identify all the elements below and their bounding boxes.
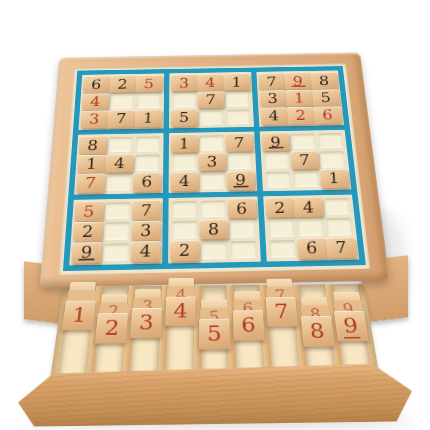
tile-digit: 6	[322, 108, 333, 122]
cell-r5c4[interactable]	[172, 154, 196, 170]
number-tile-5[interactable]: 5	[312, 89, 339, 106]
cell-r7c2[interactable]	[105, 202, 131, 219]
tile-digit: 5	[207, 324, 222, 345]
cell-r8c7[interactable]	[268, 219, 294, 237]
cell-r6c8[interactable]	[293, 171, 319, 187]
cell-r3c6[interactable]	[226, 109, 250, 124]
number-tile-4[interactable]: 4	[82, 93, 109, 110]
tile-digit: 1	[71, 305, 88, 325]
cell-r7c4[interactable]	[172, 201, 197, 218]
tile-digit: 4	[269, 109, 280, 123]
number-tile-9[interactable]: 9	[72, 242, 102, 263]
tile-digit: 9	[342, 316, 359, 336]
cell-r3c1[interactable]: 3	[82, 112, 106, 127]
cell-r4c9[interactable]	[318, 133, 343, 149]
tile-digit: 4	[173, 301, 188, 321]
number-tile-3[interactable]: 3	[199, 152, 226, 171]
cell-r1c1[interactable]: 6	[85, 77, 109, 91]
tile-stack-6: 66	[233, 285, 266, 380]
number-tile-9[interactable]: 9	[227, 171, 255, 190]
number-tile-5[interactable]: 5	[75, 201, 104, 221]
tile-digit: 3	[89, 112, 101, 126]
drawer-slot-6: 66	[233, 285, 265, 380]
tile-digit: 4	[114, 156, 126, 171]
number-tile-7[interactable]: 7	[226, 133, 253, 151]
board-box-9: 2467	[263, 195, 359, 262]
tile-digit: 6	[141, 174, 153, 189]
number-tile-1[interactable]: 1	[135, 109, 162, 127]
number-tile-8[interactable]: 8	[200, 219, 229, 240]
number-tile-4[interactable]: 4	[171, 172, 198, 191]
drawer-tile-3[interactable]: 3	[130, 308, 162, 338]
tile-digit: 7	[141, 202, 153, 218]
cell-r2c4[interactable]	[173, 93, 196, 108]
cell-r3c5[interactable]	[200, 110, 224, 125]
cell-r7c9[interactable]	[324, 198, 350, 215]
tile-digit: 8	[319, 74, 330, 87]
digit-underline	[79, 258, 94, 260]
tile-digit: 2	[82, 224, 95, 240]
cell-r4c7[interactable]: 9	[263, 134, 288, 150]
drawer-tile-5[interactable]: 5	[199, 319, 230, 350]
tile-digit: 1	[232, 75, 242, 88]
number-tile-6[interactable]: 6	[83, 76, 110, 93]
board-mat: 6254371341757983154268147617349971572394…	[59, 63, 371, 275]
number-tile-3[interactable]: 3	[260, 90, 287, 107]
tile-digit: 3	[268, 92, 278, 106]
number-tile-1[interactable]: 1	[320, 169, 349, 188]
tile-digit: 4	[205, 76, 215, 89]
cell-r2c9[interactable]: 5	[314, 90, 338, 105]
cell-r5c7[interactable]	[265, 152, 290, 168]
cell-r6c7[interactable]	[266, 171, 291, 187]
drawer-tile-9[interactable]: 9	[334, 311, 369, 341]
cell-r6c9[interactable]: 1	[321, 170, 347, 186]
number-tile-1[interactable]: 1	[286, 89, 313, 106]
number-tile-9[interactable]: 9	[262, 133, 290, 151]
tile-digit: 7	[234, 135, 245, 149]
board-perspective: 6254371341757983154268147617349971572394…	[40, 52, 390, 287]
tile-digit: 1	[143, 111, 154, 125]
cell-r2c7[interactable]: 3	[261, 91, 285, 106]
cell-r9c9[interactable]: 7	[328, 239, 355, 257]
tile-digit: 3	[179, 76, 190, 89]
cell-r4c8[interactable]	[291, 134, 316, 150]
cell-r5c9[interactable]	[320, 151, 346, 167]
cell-r2c8[interactable]: 1	[287, 91, 311, 106]
cell-r2c5[interactable]: 7	[199, 92, 222, 107]
drawer-tile-2[interactable]: 2	[95, 313, 128, 343]
tile-digit: 4	[303, 199, 315, 215]
number-tile-7[interactable]: 7	[108, 110, 135, 128]
tile-digit: 6	[306, 240, 318, 257]
board-box-6: 971	[260, 130, 352, 191]
cell-r8c8[interactable]	[297, 219, 323, 237]
tile-digit: 2	[117, 77, 128, 90]
number-tile-2[interactable]: 2	[171, 240, 200, 261]
number-tile-8[interactable]: 8	[79, 136, 107, 155]
tile-digit: 7	[206, 93, 216, 107]
cell-r3c4[interactable]: 5	[173, 110, 196, 125]
tile-stack-5: 55	[200, 285, 230, 380]
cell-r1c4[interactable]: 3	[173, 76, 196, 90]
cell-r9c5[interactable]	[201, 241, 227, 259]
cell-r6c3[interactable]: 6	[135, 174, 160, 191]
tile-digit: 8	[309, 321, 326, 341]
tile-digit: 7	[299, 153, 310, 168]
number-tile-7[interactable]: 7	[326, 237, 357, 258]
tile-digit: 1	[86, 156, 98, 171]
cell-r1c5[interactable]: 4	[199, 75, 222, 89]
number-tile-7[interactable]: 7	[198, 91, 224, 108]
cell-r4c4[interactable]: 1	[173, 136, 197, 152]
drawer-tile-1[interactable]: 1	[62, 301, 96, 331]
cell-r7c5[interactable]	[201, 200, 226, 217]
cell-r2c2[interactable]	[110, 94, 134, 109]
cell-r3c7[interactable]: 4	[262, 109, 286, 124]
cell-r4c2[interactable]	[108, 137, 132, 153]
cell-r4c3[interactable]	[136, 136, 160, 152]
tile-digit: 7	[116, 112, 127, 126]
cell-r7c7[interactable]: 2	[267, 199, 293, 216]
cell-r4c1[interactable]: 8	[81, 137, 106, 153]
cell-r9c7[interactable]	[270, 240, 297, 258]
cell-r8c1[interactable]: 2	[75, 223, 101, 241]
board-box-8: 682	[168, 196, 261, 263]
tile-digit: 2	[274, 200, 285, 216]
number-tile-1[interactable]: 1	[78, 154, 106, 173]
cell-r6c2[interactable]	[106, 174, 131, 191]
number-tile-1[interactable]: 1	[171, 134, 198, 152]
tile-digit: 7	[335, 239, 347, 255]
tile-digit: 8	[208, 221, 219, 237]
cell-r6c1[interactable]: 7	[78, 175, 103, 192]
cell-r9c2[interactable]	[103, 243, 129, 261]
tile-digit: 1	[328, 171, 340, 186]
drawer-slot-5: 55	[201, 285, 230, 380]
cell-r9c8[interactable]: 6	[299, 239, 326, 257]
cell-r6c5[interactable]	[200, 173, 225, 189]
digit-underline	[292, 85, 305, 87]
cell-r9c4[interactable]: 2	[172, 242, 198, 260]
tile-digit: 6	[91, 78, 102, 91]
number-tile-4[interactable]: 4	[106, 154, 134, 173]
board-box-5: 17349	[169, 132, 258, 193]
tile-digit: 6	[236, 201, 247, 217]
number-tile-6[interactable]: 6	[228, 198, 257, 218]
tile-digit: 5	[179, 111, 190, 125]
digit-underline	[234, 185, 248, 187]
tile-digit: 8	[87, 138, 99, 152]
tile-stack-4: 44	[164, 286, 195, 381]
number-tile-4[interactable]: 4	[261, 107, 288, 125]
drawer-tile-8[interactable]: 8	[300, 316, 334, 347]
drawer-front-handle[interactable]	[18, 363, 413, 426]
cell-r4c6[interactable]: 7	[227, 135, 251, 151]
tile-digit: 5	[321, 91, 332, 105]
tile-digit: 1	[294, 91, 305, 105]
cell-r5c5[interactable]: 3	[200, 154, 224, 170]
number-tile-4[interactable]: 4	[294, 197, 323, 217]
tile-digit: 5	[144, 77, 155, 90]
number-tile-7[interactable]: 7	[132, 200, 160, 220]
tile-digit: 4	[90, 95, 102, 109]
number-tile-7[interactable]: 7	[259, 73, 286, 90]
digit-underline	[344, 337, 360, 339]
tile-digit: 7	[267, 75, 277, 88]
number-tile-7[interactable]: 7	[291, 151, 319, 170]
number-tile-9[interactable]: 9	[285, 73, 312, 90]
drawer-tile-6[interactable]: 6	[233, 310, 265, 340]
cell-r3c8[interactable]: 2	[289, 108, 314, 123]
digit-underline	[269, 147, 283, 149]
number-tile-6[interactable]: 6	[297, 238, 327, 259]
tile-digit: 3	[140, 222, 152, 238]
cell-r7c6[interactable]: 6	[229, 200, 254, 217]
cell-r9c3[interactable]: 4	[133, 242, 159, 260]
tile-digit: 2	[179, 242, 191, 259]
tile-digit: 3	[207, 154, 218, 169]
cell-r1c2[interactable]: 2	[111, 77, 134, 91]
cell-r9c6[interactable]	[231, 241, 257, 259]
tile-stack-3: 33	[128, 286, 162, 381]
number-tile-2[interactable]: 2	[73, 221, 102, 242]
number-tile-5[interactable]: 5	[171, 109, 197, 127]
cell-r8c9[interactable]	[326, 218, 353, 235]
number-tile-8[interactable]: 8	[311, 72, 338, 89]
cell-r5c2[interactable]: 4	[107, 155, 132, 171]
drawer-slot-4: 44	[165, 286, 195, 381]
cell-r7c1[interactable]: 5	[76, 203, 102, 220]
number-tile-6[interactable]: 6	[133, 172, 161, 191]
tile-digit: 3	[139, 313, 155, 333]
number-tile-4[interactable]: 4	[131, 241, 160, 262]
cell-r1c9[interactable]: 8	[312, 73, 336, 87]
cell-r1c7[interactable]: 7	[260, 74, 284, 88]
board-box-1: 6254371	[78, 73, 164, 130]
cell-r8c6[interactable]	[230, 220, 256, 238]
cell-r8c5[interactable]: 8	[201, 220, 226, 238]
cell-r2c3[interactable]	[137, 93, 160, 108]
tile-digit: 4	[179, 174, 190, 189]
number-tile-1[interactable]: 1	[224, 74, 250, 91]
cell-r8c4[interactable]	[172, 221, 197, 239]
drawer-slot-3: 33	[129, 286, 162, 381]
cell-r4c5[interactable]	[200, 135, 224, 151]
tile-digit: 1	[179, 136, 190, 150]
number-tile-2[interactable]: 2	[287, 107, 315, 125]
number-tile-3[interactable]: 3	[81, 110, 108, 128]
drawer-tile-4[interactable]: 4	[165, 296, 196, 325]
sudoku-board: 6254371341757983154268147617349971572394…	[63, 66, 366, 271]
tile-digit: 4	[140, 243, 152, 260]
cell-r2c6[interactable]	[226, 92, 250, 107]
drawer-tile-7[interactable]: 7	[266, 297, 298, 327]
cell-r7c8[interactable]: 4	[296, 199, 322, 216]
cell-r6c6[interactable]: 9	[228, 172, 253, 188]
cell-r7c3[interactable]: 7	[134, 202, 159, 219]
tile-digit: 2	[104, 318, 120, 338]
cell-r6c4[interactable]: 4	[172, 173, 196, 190]
cell-r8c2[interactable]	[104, 222, 130, 240]
cell-r5c6[interactable]	[228, 153, 253, 169]
number-tile-3[interactable]: 3	[132, 220, 161, 241]
number-tile-3[interactable]: 3	[171, 74, 197, 91]
cell-r8c3[interactable]: 3	[133, 222, 159, 240]
number-tile-6[interactable]: 6	[314, 106, 342, 124]
number-tile-2[interactable]: 2	[266, 198, 295, 218]
number-tile-5[interactable]: 5	[136, 75, 162, 92]
tile-digit: 5	[83, 203, 95, 219]
cell-r3c9[interactable]: 6	[315, 108, 340, 123]
cell-r5c3[interactable]	[135, 155, 159, 171]
cell-r1c3[interactable]: 5	[138, 76, 161, 90]
cell-r5c8[interactable]: 7	[292, 152, 317, 168]
tile-digit: 6	[241, 315, 256, 335]
number-tile-7[interactable]: 7	[77, 173, 105, 192]
tile-digit: 2	[296, 109, 307, 123]
cell-r9c1[interactable]: 9	[73, 244, 100, 262]
cell-r3c3[interactable]: 1	[137, 111, 161, 126]
cell-r2c1[interactable]: 4	[83, 94, 107, 109]
scene: 6254371341757983154268147617349971572394…	[0, 0, 430, 430]
board-box-7: 572394	[69, 198, 163, 265]
number-tile-4[interactable]: 4	[198, 74, 224, 91]
board-box-2: 34175	[169, 72, 254, 128]
tile-digit: 7	[274, 302, 290, 322]
board-box-4: 81476	[74, 133, 164, 195]
cell-r1c6[interactable]: 1	[225, 75, 248, 89]
cell-r3c2[interactable]: 7	[109, 111, 133, 126]
number-tile-2[interactable]: 2	[110, 76, 136, 93]
cell-r5c1[interactable]: 1	[79, 156, 104, 172]
board-box-3: 798315426	[256, 70, 344, 126]
tile-digit: 7	[85, 175, 97, 190]
cell-r1c8[interactable]: 9	[286, 74, 310, 88]
board-frame: 6254371341757983154268147617349971572394…	[40, 52, 390, 287]
